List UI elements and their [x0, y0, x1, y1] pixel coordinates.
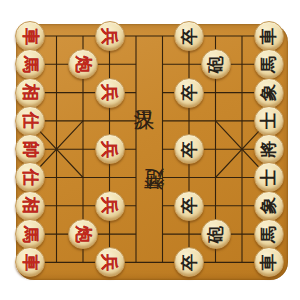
piece-glyph: 車	[22, 254, 39, 271]
piece-glyph: 炮	[75, 56, 92, 73]
black-general[interactable]: 將	[254, 134, 284, 164]
board-intersection: 士	[255, 107, 282, 135]
board-intersection: 砲	[202, 220, 229, 248]
red-cannon[interactable]: 炮	[68, 49, 98, 79]
piece-glyph: 卒	[181, 28, 198, 45]
red-horse[interactable]: 馬	[15, 219, 45, 249]
board-intersection: 兵	[96, 248, 123, 276]
black-advisor[interactable]: 士	[254, 162, 284, 192]
piece-glyph: 卒	[181, 254, 198, 271]
piece-glyph: 炮	[75, 226, 92, 243]
board-intersection: 象	[255, 78, 282, 106]
piece-glyph: 將	[260, 141, 277, 158]
board-intersection: 兵	[96, 78, 123, 106]
piece-glyph: 兵	[101, 141, 118, 158]
board-intersection: 兵	[96, 192, 123, 220]
piece-glyph: 砲	[207, 56, 224, 73]
piece-glyph: 仕	[22, 112, 39, 129]
piece-glyph: 象	[260, 197, 277, 214]
piece-glyph: 帥	[22, 141, 39, 158]
board-intersection: 士	[255, 163, 282, 191]
piece-glyph: 兵	[101, 28, 118, 45]
piece-glyph: 兵	[101, 197, 118, 214]
black-soldier[interactable]: 卒	[174, 78, 204, 108]
board-intersection: 兵	[96, 135, 123, 163]
piece-glyph: 象	[260, 84, 277, 101]
board-intersection: 相	[17, 192, 44, 220]
piece-glyph: 仕	[22, 169, 39, 186]
piece-glyph: 士	[260, 112, 277, 129]
piece-glyph: 馬	[22, 226, 39, 243]
board-intersection: 馬	[255, 220, 282, 248]
board-intersection: 仕	[17, 107, 44, 135]
red-elephant[interactable]: 相	[15, 78, 45, 108]
board-intersection: 車	[255, 248, 282, 276]
piece-glyph: 相	[22, 84, 39, 101]
red-chariot[interactable]: 車	[15, 21, 45, 51]
piece-glyph: 馬	[260, 56, 277, 73]
board-intersection: 馬	[17, 220, 44, 248]
board-grid: 車馬相仕帥仕相馬車炮炮兵兵兵兵兵卒卒卒卒卒砲砲車馬象士將士象馬車	[17, 22, 282, 277]
black-soldier[interactable]: 卒	[174, 134, 204, 164]
red-general[interactable]: 帥	[15, 134, 45, 164]
red-soldier[interactable]: 兵	[95, 78, 125, 108]
red-advisor[interactable]: 仕	[15, 162, 45, 192]
board-intersection: 炮	[70, 220, 97, 248]
black-chariot[interactable]: 車	[254, 21, 284, 51]
black-horse[interactable]: 馬	[254, 49, 284, 79]
board-intersection: 車	[255, 22, 282, 50]
piece-glyph: 士	[260, 169, 277, 186]
piece-glyph: 車	[260, 254, 277, 271]
red-horse[interactable]: 馬	[15, 49, 45, 79]
piece-glyph: 馬	[22, 56, 39, 73]
board-intersection: 卒	[176, 22, 203, 50]
board-intersection: 砲	[202, 50, 229, 78]
red-cannon[interactable]: 炮	[68, 219, 98, 249]
piece-glyph: 卒	[181, 197, 198, 214]
board-intersection: 仕	[17, 163, 44, 191]
red-elephant[interactable]: 相	[15, 191, 45, 221]
photo-canvas: 汉界 楚河 車馬相仕帥仕相馬車炮炮兵兵兵兵兵卒卒卒卒卒砲砲車馬象士將士象馬車	[0, 0, 300, 300]
black-cannon[interactable]: 砲	[201, 219, 231, 249]
piece-glyph: 卒	[181, 84, 198, 101]
board-intersection: 將	[255, 135, 282, 163]
red-soldier[interactable]: 兵	[95, 191, 125, 221]
piece-glyph: 砲	[207, 226, 224, 243]
board-intersection: 馬	[255, 50, 282, 78]
black-cannon[interactable]: 砲	[201, 49, 231, 79]
red-advisor[interactable]: 仕	[15, 106, 45, 136]
piece-glyph: 兵	[101, 84, 118, 101]
piece-glyph: 馬	[260, 226, 277, 243]
piece-glyph: 車	[260, 28, 277, 45]
red-soldier[interactable]: 兵	[95, 134, 125, 164]
black-advisor[interactable]: 士	[254, 106, 284, 136]
red-soldier[interactable]: 兵	[95, 21, 125, 51]
board-intersection: 帥	[17, 135, 44, 163]
board-intersection: 卒	[176, 192, 203, 220]
piece-glyph: 相	[22, 197, 39, 214]
board-intersection: 象	[255, 192, 282, 220]
board-intersection: 兵	[96, 22, 123, 50]
board-intersection: 卒	[176, 78, 203, 106]
black-soldier[interactable]: 卒	[174, 247, 204, 277]
piece-glyph: 車	[22, 28, 39, 45]
black-elephant[interactable]: 象	[254, 191, 284, 221]
board-intersection: 炮	[70, 50, 97, 78]
board-intersection: 卒	[176, 135, 203, 163]
black-chariot[interactable]: 車	[254, 247, 284, 277]
black-horse[interactable]: 馬	[254, 219, 284, 249]
board-intersection: 卒	[176, 248, 203, 276]
red-soldier[interactable]: 兵	[95, 247, 125, 277]
black-elephant[interactable]: 象	[254, 78, 284, 108]
board-intersection: 馬	[17, 50, 44, 78]
black-soldier[interactable]: 卒	[174, 21, 204, 51]
black-soldier[interactable]: 卒	[174, 191, 204, 221]
board-intersection: 車	[17, 22, 44, 50]
piece-glyph: 卒	[181, 141, 198, 158]
board-intersection: 車	[17, 248, 44, 276]
red-chariot[interactable]: 車	[15, 247, 45, 277]
board-intersection: 相	[17, 78, 44, 106]
piece-glyph: 兵	[101, 254, 118, 271]
